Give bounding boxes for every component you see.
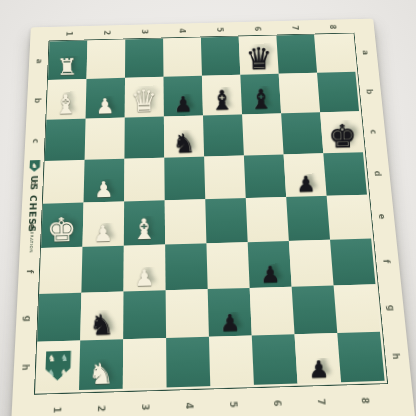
square-h5[interactable] [209, 335, 254, 386]
square-h4[interactable] [166, 337, 210, 388]
square-d1[interactable] [43, 160, 85, 204]
black-bishop[interactable]: ♝ [241, 86, 281, 114]
coordinate-label-bottom-6: 6 [254, 383, 300, 416]
square-e7[interactable] [286, 196, 330, 241]
board-margin-corner [350, 19, 374, 34]
coordinate-label-top-3: 3 [125, 24, 163, 39]
coordinate-label-bottom-3: 3 [123, 387, 167, 416]
square-f8[interactable] [330, 239, 375, 286]
coordinate-label-top-2: 2 [87, 25, 125, 40]
square-h7[interactable]: ♟ [295, 333, 342, 384]
board-margin-corner [30, 27, 50, 42]
square-a7[interactable] [276, 35, 317, 74]
black-pawn[interactable]: ♟ [163, 94, 203, 116]
coordinate-label-bottom-8: 8 [341, 381, 388, 416]
square-b6[interactable]: ♝ [240, 74, 281, 115]
square-c8[interactable]: ♚ [320, 111, 363, 153]
coordinate-label-left-c: c [24, 120, 46, 162]
square-h3[interactable] [123, 338, 167, 389]
square-f5[interactable] [206, 242, 249, 289]
white-queen[interactable]: ♛ [124, 85, 164, 117]
photo-scene: 12345678a♜♛ab♝♟♛♟♝♝bc♞♚cd♟♟de♚♟♝ef♟♟fg♞♟… [0, 0, 416, 416]
us-chess-brand-subtext: FEDERATION [28, 222, 34, 253]
coordinate-label-top-7: 7 [276, 20, 315, 35]
coordinate-label-top-4: 4 [163, 23, 201, 38]
square-g8[interactable] [334, 284, 380, 333]
square-e1[interactable]: ♚ [41, 203, 83, 248]
square-g3[interactable] [123, 290, 166, 339]
black-knight[interactable]: ♞ [164, 130, 204, 157]
us-chess-shield-icon: ♞ [29, 160, 40, 172]
black-bishop[interactable]: ♝ [202, 87, 242, 115]
square-a1[interactable]: ♜ [48, 40, 87, 79]
square-f2[interactable] [81, 246, 123, 293]
square-b2[interactable]: ♟ [86, 78, 125, 119]
white-bishop[interactable]: ♝ [123, 215, 165, 244]
square-f3[interactable]: ♟ [124, 244, 166, 291]
black-king[interactable]: ♚ [322, 119, 362, 152]
square-d4[interactable] [164, 157, 205, 201]
square-f1[interactable] [39, 247, 82, 294]
square-c4[interactable]: ♞ [164, 116, 204, 158]
square-b8[interactable] [317, 72, 359, 113]
shield-knight-glyph: ♞ [57, 365, 70, 380]
square-h8[interactable] [337, 332, 384, 383]
knight-shield-logo: ♞♞♞♞ [45, 351, 71, 381]
square-b3[interactable]: ♛ [125, 77, 164, 118]
white-knight[interactable]: ♞ [78, 359, 123, 389]
white-pawn[interactable]: ♟ [85, 96, 125, 118]
white-pawn[interactable]: ♟ [82, 222, 124, 245]
square-c3[interactable] [124, 117, 164, 159]
coordinate-label-bottom-5: 5 [210, 385, 255, 416]
shield-knight-glyph: ♞ [58, 351, 71, 366]
coordinate-label-right-e: e [367, 194, 396, 239]
coordinate-label-bottom-7: 7 [298, 382, 345, 416]
square-b5[interactable]: ♝ [202, 75, 242, 116]
square-f4[interactable] [165, 243, 208, 290]
square-d2[interactable]: ♟ [84, 159, 125, 203]
coordinate-label-bottom-4: 4 [167, 386, 212, 416]
square-c2[interactable] [85, 118, 125, 160]
chess-board: 12345678a♜♛ab♝♟♛♟♝♝bc♞♚cd♟♟de♚♟♝ef♟♟fg♞♟… [11, 19, 415, 416]
coordinate-label-bottom-1: 1 [34, 390, 79, 416]
square-a3[interactable] [125, 38, 163, 77]
white-pawn[interactable]: ♟ [123, 267, 166, 291]
square-a6[interactable]: ♛ [239, 36, 279, 75]
square-b7[interactable] [279, 73, 320, 114]
black-pawn[interactable]: ♟ [249, 263, 292, 287]
tabletop-background: { "game": "chess", "description": "Overh… [0, 0, 416, 416]
white-pawn[interactable]: ♟ [83, 179, 124, 202]
white-king[interactable]: ♚ [40, 213, 82, 247]
square-e4[interactable] [165, 199, 207, 244]
square-e3[interactable]: ♝ [124, 200, 165, 245]
square-h1[interactable]: ♞♞♞♞ [35, 340, 80, 391]
square-c7[interactable] [281, 112, 323, 154]
square-e8[interactable] [327, 195, 372, 240]
square-f7[interactable] [289, 240, 334, 287]
square-d3[interactable] [124, 158, 165, 202]
square-a8[interactable] [314, 34, 355, 73]
square-g1[interactable] [37, 293, 81, 342]
coordinate-label-right-b: b [355, 71, 382, 111]
board-grid: 12345678a♜♛ab♝♟♛♟♝♝bc♞♚cd♟♟de♚♟♝ef♟♟fg♞♟… [11, 19, 415, 416]
square-c6[interactable] [242, 113, 284, 155]
coordinate-label-right-d: d [363, 152, 392, 195]
square-g7[interactable] [292, 285, 338, 334]
coordinate-label-right-a: a [352, 33, 379, 72]
square-a5[interactable] [201, 37, 240, 76]
square-h2[interactable]: ♞ [79, 339, 123, 390]
square-b4[interactable]: ♟ [163, 76, 203, 117]
square-d5[interactable] [204, 155, 246, 199]
black-pawn[interactable]: ♟ [285, 173, 326, 196]
square-c5[interactable] [203, 114, 244, 156]
board-margin-corner [385, 380, 416, 416]
square-e6[interactable] [246, 197, 289, 242]
coordinate-label-left-g: g [15, 294, 39, 342]
black-pawn[interactable]: ♟ [297, 358, 341, 383]
coordinate-label-right-g: g [375, 284, 406, 332]
white-rook[interactable]: ♜ [48, 56, 87, 80]
square-g6[interactable] [250, 287, 295, 336]
black-knight[interactable]: ♞ [80, 310, 124, 339]
square-g4[interactable] [166, 289, 209, 338]
coordinate-label-top-8: 8 [313, 19, 352, 34]
coordinate-label-top-5: 5 [201, 22, 239, 37]
coordinate-label-left-a: a [28, 41, 49, 80]
white-bishop[interactable]: ♝ [46, 91, 86, 119]
coordinate-label-left-b: b [26, 80, 48, 120]
black-pawn[interactable]: ♟ [208, 311, 251, 335]
square-d6[interactable] [244, 154, 286, 198]
coordinate-label-right-h: h [380, 331, 411, 381]
square-g2[interactable]: ♞ [80, 292, 123, 341]
square-f6[interactable]: ♟ [248, 241, 292, 288]
coordinate-label-right-c: c [359, 111, 387, 153]
square-b1[interactable]: ♝ [46, 79, 86, 120]
black-queen[interactable]: ♛ [239, 43, 278, 74]
coordinate-label-bottom-2: 2 [78, 389, 123, 416]
square-a2[interactable] [87, 39, 126, 78]
square-c1[interactable] [45, 119, 86, 161]
coordinate-label-right-f: f [371, 238, 401, 284]
coordinate-label-top-6: 6 [238, 21, 276, 36]
square-e2[interactable]: ♟ [82, 201, 124, 246]
board-margin-corner [11, 391, 35, 416]
shield-knight-glyph: ♞ [45, 366, 58, 381]
square-a4[interactable] [163, 38, 202, 77]
square-d8[interactable] [323, 152, 367, 196]
coordinate-label-left-h: h [13, 342, 38, 392]
square-e5[interactable] [205, 198, 247, 243]
square-d7[interactable]: ♟ [284, 153, 327, 197]
coordinate-label-top-1: 1 [50, 26, 88, 41]
square-h6[interactable] [252, 334, 298, 385]
shield-knight-glyph: ♞ [45, 351, 58, 366]
square-g5[interactable]: ♟ [208, 288, 252, 337]
